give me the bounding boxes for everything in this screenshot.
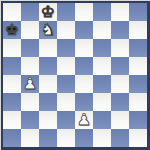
- square-d2[interactable]: [57, 111, 75, 129]
- square-b3[interactable]: [21, 93, 39, 111]
- square-a6[interactable]: [3, 39, 21, 57]
- square-g6[interactable]: [111, 39, 129, 57]
- square-a1[interactable]: [3, 129, 21, 147]
- square-a8[interactable]: [3, 3, 21, 21]
- square-c1[interactable]: [39, 129, 57, 147]
- square-f5[interactable]: [93, 57, 111, 75]
- square-e7[interactable]: [75, 21, 93, 39]
- square-h8[interactable]: [129, 3, 147, 21]
- square-h2[interactable]: [129, 111, 147, 129]
- square-f4[interactable]: [93, 75, 111, 93]
- square-c3[interactable]: [39, 93, 57, 111]
- white-pawn[interactable]: ♟: [77, 111, 91, 129]
- square-d7[interactable]: [57, 21, 75, 39]
- square-b5[interactable]: [21, 57, 39, 75]
- square-c5[interactable]: [39, 57, 57, 75]
- square-a3[interactable]: [3, 93, 21, 111]
- square-g1[interactable]: [111, 129, 129, 147]
- square-d1[interactable]: [57, 129, 75, 147]
- square-g7[interactable]: [111, 21, 129, 39]
- square-e3[interactable]: [75, 93, 93, 111]
- square-c7[interactable]: ♞: [39, 21, 57, 39]
- square-c8[interactable]: ♚: [39, 3, 57, 21]
- square-g4[interactable]: [111, 75, 129, 93]
- square-e2[interactable]: ♟: [75, 111, 93, 129]
- square-g2[interactable]: [111, 111, 129, 129]
- square-e1[interactable]: [75, 129, 93, 147]
- square-b8[interactable]: [21, 3, 39, 21]
- square-h7[interactable]: [129, 21, 147, 39]
- square-b2[interactable]: [21, 111, 39, 129]
- square-e4[interactable]: [75, 75, 93, 93]
- square-g3[interactable]: [111, 93, 129, 111]
- square-d5[interactable]: [57, 57, 75, 75]
- square-h6[interactable]: [129, 39, 147, 57]
- square-e5[interactable]: [75, 57, 93, 75]
- chess-board-grid: ♚♚♞♟♟: [3, 3, 147, 147]
- square-h1[interactable]: [129, 129, 147, 147]
- chess-board: ♚♚♞♟♟: [0, 0, 150, 150]
- white-king[interactable]: ♚: [41, 3, 55, 21]
- white-pawn[interactable]: ♟: [23, 75, 37, 93]
- square-a7[interactable]: ♚: [3, 21, 21, 39]
- square-e8[interactable]: [75, 3, 93, 21]
- square-f8[interactable]: [93, 3, 111, 21]
- square-h5[interactable]: [129, 57, 147, 75]
- square-f7[interactable]: [93, 21, 111, 39]
- square-c6[interactable]: [39, 39, 57, 57]
- square-d8[interactable]: [57, 3, 75, 21]
- square-e6[interactable]: [75, 39, 93, 57]
- white-knight[interactable]: ♞: [41, 21, 55, 39]
- square-a4[interactable]: [3, 75, 21, 93]
- square-b1[interactable]: [21, 129, 39, 147]
- square-d6[interactable]: [57, 39, 75, 57]
- square-f6[interactable]: [93, 39, 111, 57]
- square-f2[interactable]: [93, 111, 111, 129]
- square-b4[interactable]: ♟: [21, 75, 39, 93]
- square-c2[interactable]: [39, 111, 57, 129]
- black-king[interactable]: ♚: [5, 21, 19, 39]
- square-f1[interactable]: [93, 129, 111, 147]
- square-b7[interactable]: [21, 21, 39, 39]
- square-a2[interactable]: [3, 111, 21, 129]
- square-g8[interactable]: [111, 3, 129, 21]
- square-d3[interactable]: [57, 93, 75, 111]
- square-d4[interactable]: [57, 75, 75, 93]
- square-h4[interactable]: [129, 75, 147, 93]
- square-f3[interactable]: [93, 93, 111, 111]
- square-h3[interactable]: [129, 93, 147, 111]
- square-c4[interactable]: [39, 75, 57, 93]
- square-g5[interactable]: [111, 57, 129, 75]
- square-a5[interactable]: [3, 57, 21, 75]
- square-b6[interactable]: [21, 39, 39, 57]
